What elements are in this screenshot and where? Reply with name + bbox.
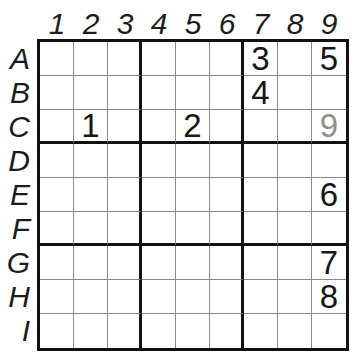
cell-G9[interactable]: 7 bbox=[312, 246, 346, 280]
cell-A1[interactable] bbox=[40, 42, 74, 76]
row-label-D: D bbox=[0, 144, 37, 178]
row-labels: ABCDEFGHI bbox=[0, 39, 37, 362]
row-label-F: F bbox=[0, 212, 37, 246]
cell-G8[interactable] bbox=[278, 246, 312, 280]
cell-I4[interactable] bbox=[142, 314, 176, 348]
cell-B8[interactable] bbox=[278, 76, 312, 110]
cell-F5[interactable] bbox=[176, 212, 210, 246]
cell-D4[interactable] bbox=[142, 144, 176, 178]
cell-I5[interactable] bbox=[176, 314, 210, 348]
cell-B3[interactable] bbox=[108, 76, 142, 110]
row-label-G: G bbox=[0, 246, 37, 280]
cell-F8[interactable] bbox=[278, 212, 312, 246]
cell-F6[interactable] bbox=[210, 212, 244, 246]
cell-G7[interactable] bbox=[244, 246, 278, 280]
cell-A9[interactable]: 5 bbox=[312, 42, 346, 76]
corner-spacer bbox=[0, 0, 37, 39]
cell-C6[interactable] bbox=[210, 110, 244, 144]
cell-E5[interactable] bbox=[176, 178, 210, 212]
cell-C5[interactable]: 2 bbox=[176, 110, 210, 144]
cell-B9[interactable] bbox=[312, 76, 346, 110]
cell-E7[interactable] bbox=[244, 178, 278, 212]
cell-D8[interactable] bbox=[278, 144, 312, 178]
cell-B6[interactable] bbox=[210, 76, 244, 110]
cell-D3[interactable] bbox=[108, 144, 142, 178]
cell-C8[interactable] bbox=[278, 110, 312, 144]
cell-F4[interactable] bbox=[142, 212, 176, 246]
column-labels: 123456789 bbox=[37, 0, 357, 39]
cell-D9[interactable] bbox=[312, 144, 346, 178]
column-label-1: 1 bbox=[40, 0, 74, 39]
cell-E4[interactable] bbox=[142, 178, 176, 212]
cell-D7[interactable] bbox=[244, 144, 278, 178]
cell-C1[interactable] bbox=[40, 110, 74, 144]
cell-H9[interactable]: 8 bbox=[312, 280, 346, 314]
cell-H1[interactable] bbox=[40, 280, 74, 314]
column-label-3: 3 bbox=[108, 0, 142, 39]
column-label-8: 8 bbox=[278, 0, 312, 39]
cell-I1[interactable] bbox=[40, 314, 74, 348]
cell-E3[interactable] bbox=[108, 178, 142, 212]
cell-C3[interactable] bbox=[108, 110, 142, 144]
cell-A4[interactable] bbox=[142, 42, 176, 76]
cell-B5[interactable] bbox=[176, 76, 210, 110]
cell-A2[interactable] bbox=[74, 42, 108, 76]
cell-G6[interactable] bbox=[210, 246, 244, 280]
cell-H3[interactable] bbox=[108, 280, 142, 314]
column-label-4: 4 bbox=[142, 0, 176, 39]
cell-F1[interactable] bbox=[40, 212, 74, 246]
row-label-I: I bbox=[0, 314, 37, 348]
cell-C2[interactable]: 1 bbox=[74, 110, 108, 144]
cell-C4[interactable] bbox=[142, 110, 176, 144]
column-label-9: 9 bbox=[312, 0, 346, 39]
cell-H7[interactable] bbox=[244, 280, 278, 314]
cell-A7[interactable]: 3 bbox=[244, 42, 278, 76]
row-label-H: H bbox=[0, 280, 37, 314]
cell-E1[interactable] bbox=[40, 178, 74, 212]
cell-D2[interactable] bbox=[74, 144, 108, 178]
cell-D6[interactable] bbox=[210, 144, 244, 178]
row-label-E: E bbox=[0, 178, 37, 212]
cell-H5[interactable] bbox=[176, 280, 210, 314]
cell-A6[interactable] bbox=[210, 42, 244, 76]
column-label-6: 6 bbox=[210, 0, 244, 39]
cell-G1[interactable] bbox=[40, 246, 74, 280]
cell-D1[interactable] bbox=[40, 144, 74, 178]
cell-G2[interactable] bbox=[74, 246, 108, 280]
cell-A8[interactable] bbox=[278, 42, 312, 76]
cell-F2[interactable] bbox=[74, 212, 108, 246]
cell-H8[interactable] bbox=[278, 280, 312, 314]
cell-I8[interactable] bbox=[278, 314, 312, 348]
cell-I7[interactable] bbox=[244, 314, 278, 348]
column-label-5: 5 bbox=[176, 0, 210, 39]
cell-C7[interactable] bbox=[244, 110, 278, 144]
cell-G4[interactable] bbox=[142, 246, 176, 280]
cell-H4[interactable] bbox=[142, 280, 176, 314]
cell-I6[interactable] bbox=[210, 314, 244, 348]
cell-B4[interactable] bbox=[142, 76, 176, 110]
cell-A5[interactable] bbox=[176, 42, 210, 76]
row-label-B: B bbox=[0, 76, 37, 110]
sudoku-board: 354129678 bbox=[37, 39, 349, 351]
cell-B1[interactable] bbox=[40, 76, 74, 110]
cell-E9[interactable]: 6 bbox=[312, 178, 346, 212]
cell-I2[interactable] bbox=[74, 314, 108, 348]
column-label-7: 7 bbox=[244, 0, 278, 39]
cell-B2[interactable] bbox=[74, 76, 108, 110]
cell-B7[interactable]: 4 bbox=[244, 76, 278, 110]
cell-F9[interactable] bbox=[312, 212, 346, 246]
cell-G5[interactable] bbox=[176, 246, 210, 280]
cell-I9[interactable] bbox=[312, 314, 346, 348]
column-label-2: 2 bbox=[74, 0, 108, 39]
cell-H2[interactable] bbox=[74, 280, 108, 314]
cell-C9[interactable]: 9 bbox=[312, 110, 346, 144]
row-label-C: C bbox=[0, 110, 37, 144]
cell-E2[interactable] bbox=[74, 178, 108, 212]
cell-H6[interactable] bbox=[210, 280, 244, 314]
cell-E6[interactable] bbox=[210, 178, 244, 212]
cell-I3[interactable] bbox=[108, 314, 142, 348]
row-label-A: A bbox=[0, 42, 37, 76]
sudoku-widget: 123456789 ABCDEFGHI 354129678 bbox=[0, 0, 357, 362]
cell-G3[interactable] bbox=[108, 246, 142, 280]
cell-F3[interactable] bbox=[108, 212, 142, 246]
cell-E8[interactable] bbox=[278, 178, 312, 212]
cell-D5[interactable] bbox=[176, 144, 210, 178]
cell-F7[interactable] bbox=[244, 212, 278, 246]
cell-A3[interactable] bbox=[108, 42, 142, 76]
